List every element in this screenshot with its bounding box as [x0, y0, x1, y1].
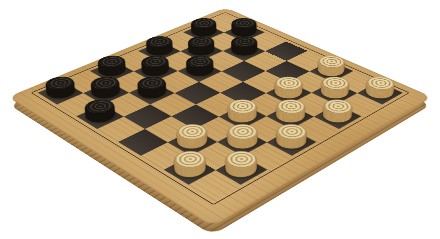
piece-side: [93, 60, 130, 77]
piece-side: [181, 57, 218, 74]
piece-side: [270, 75, 308, 94]
piece-side: [93, 55, 130, 72]
checker-black[interactable]: [94, 62, 130, 79]
piece-side: [313, 54, 350, 71]
checker-black[interactable]: [226, 43, 261, 59]
piece-side: [227, 18, 261, 33]
piece-side: [227, 21, 261, 36]
square-r2c0: [161, 32, 203, 51]
piece-top: [137, 53, 174, 70]
square-r4c0: [115, 51, 158, 71]
piece-side: [362, 75, 400, 94]
piece-side: [137, 57, 174, 74]
piece-side: [141, 38, 176, 54]
piece-side: [93, 60, 130, 77]
piece-shadow: [91, 61, 133, 81]
piece-top: [184, 34, 219, 50]
piece-side: [93, 54, 130, 71]
piece-side: [137, 60, 174, 77]
piece-side: [186, 19, 220, 34]
piece-side: [227, 20, 261, 35]
piece-side: [184, 38, 219, 54]
piece-top: [313, 53, 350, 70]
piece-side: [316, 75, 354, 94]
square-14[interactable]: [222, 61, 266, 82]
piece-side: [186, 18, 220, 33]
piece-side: [226, 35, 261, 51]
piece-side: [226, 39, 261, 55]
scene: [0, 0, 440, 239]
piece-side: [141, 36, 176, 52]
piece-top: [186, 16, 220, 31]
checker-black[interactable]: [42, 84, 80, 103]
piece-side: [137, 54, 174, 71]
checker-black[interactable]: [142, 43, 177, 59]
square-1[interactable]: [183, 23, 224, 41]
piece-side: [137, 55, 174, 72]
piece-side: [184, 42, 219, 58]
square-r2c2: [201, 51, 244, 71]
piece-side: [184, 39, 219, 55]
piece-side: [187, 24, 221, 39]
piece-side: [142, 39, 177, 55]
piece-side: [184, 39, 219, 55]
square-r0c4: [287, 51, 330, 71]
piece-side: [313, 55, 350, 72]
piece-side: [184, 35, 219, 51]
square-13[interactable]: [265, 41, 307, 60]
square-5[interactable]: [224, 23, 265, 41]
piece-side: [313, 56, 350, 73]
piece-shadow: [224, 42, 264, 60]
piece-side: [186, 17, 220, 32]
piece-side: [94, 61, 130, 78]
piece-top: [181, 53, 218, 70]
piece-side: [226, 36, 261, 52]
piece-side: [93, 58, 130, 75]
piece-side: [227, 24, 261, 39]
piece-side: [313, 61, 349, 78]
square-r1c3: [244, 51, 287, 71]
piece-side: [181, 61, 217, 78]
piece-side: [313, 60, 350, 77]
piece-side: [186, 20, 220, 35]
square-3[interactable]: [90, 61, 134, 82]
piece-side: [137, 56, 174, 73]
square-r3c3: [199, 71, 244, 93]
square-17[interactable]: [265, 61, 309, 82]
piece-side: [181, 55, 218, 72]
piece-side: [181, 59, 218, 76]
piece-side: [227, 17, 261, 32]
checker-black[interactable]: [187, 25, 221, 40]
piece-side: [226, 42, 261, 58]
piece-side: [181, 58, 218, 75]
piece-top: [227, 16, 261, 31]
square-9[interactable]: [223, 41, 265, 60]
piece-shadow: [135, 61, 177, 81]
piece-side: [187, 23, 221, 38]
checker-black[interactable]: [138, 62, 174, 79]
piece-side: [227, 19, 261, 34]
piece-top: [226, 34, 261, 50]
square-21[interactable]: [309, 61, 353, 82]
piece-side: [227, 22, 261, 37]
piece-side: [93, 55, 130, 72]
piece-side: [226, 38, 261, 54]
piece-shadow: [311, 61, 353, 81]
piece-side: [142, 40, 177, 56]
piece-side: [226, 39, 261, 55]
checker-black[interactable]: [227, 25, 261, 40]
piece-side: [186, 20, 220, 35]
piece-side: [227, 23, 261, 38]
piece-side: [181, 54, 218, 71]
piece-side: [187, 22, 221, 37]
piece-side: [186, 21, 220, 36]
piece-shadow: [139, 42, 179, 60]
checkers-board: [8, 8, 432, 227]
piece-side: [184, 37, 219, 53]
piece-side: [313, 60, 350, 77]
piece-side: [181, 56, 218, 73]
piece-side: [313, 57, 350, 74]
piece-side: [181, 60, 218, 77]
square-r0c0: [204, 15, 244, 32]
grid: [38, 15, 403, 200]
piece-side: [137, 55, 174, 72]
piece-side: [184, 40, 219, 56]
square-2[interactable]: [138, 41, 180, 60]
piece-side: [93, 56, 130, 73]
checker-black[interactable]: [184, 43, 219, 59]
piece-side: [137, 59, 174, 76]
product-photo: [0, 0, 440, 239]
piece-side: [313, 58, 350, 75]
square-29[interactable]: [357, 82, 403, 105]
piece-side: [226, 41, 261, 57]
piece-shadow: [182, 42, 222, 60]
square-r3c1: [158, 51, 201, 71]
square-10[interactable]: [178, 61, 222, 82]
piece-side: [227, 20, 261, 35]
piece-side: [227, 17, 261, 32]
piece-side: [141, 35, 176, 51]
piece-side: [141, 35, 176, 51]
piece-side: [184, 41, 219, 57]
piece-side: [142, 42, 177, 58]
piece-side: [313, 55, 350, 72]
piece-side: [93, 57, 130, 74]
piece-side: [181, 60, 218, 77]
piece-shadow: [184, 23, 223, 40]
square-7[interactable]: [134, 61, 178, 82]
piece-side: [186, 17, 220, 32]
piece-side: [181, 55, 218, 72]
piece-side: [137, 60, 174, 77]
checker-black[interactable]: [181, 62, 217, 79]
square-r1c1: [203, 32, 245, 51]
square-r0c2: [244, 32, 286, 51]
piece-top: [141, 34, 176, 50]
square-6[interactable]: [181, 41, 223, 60]
piece-side: [93, 59, 130, 76]
piece-side: [226, 37, 261, 53]
piece-side: [226, 40, 261, 56]
piece-side: [142, 39, 177, 55]
piece-shadow: [225, 23, 264, 40]
piece-top: [93, 53, 130, 70]
piece-side: [141, 37, 176, 53]
piece-side: [184, 35, 219, 51]
piece-side: [137, 58, 174, 75]
piece-side: [226, 35, 261, 51]
piece-side: [137, 61, 173, 78]
checker-white[interactable]: [313, 62, 349, 79]
piece-shadow: [179, 61, 221, 81]
piece-side: [184, 36, 219, 52]
piece-side: [313, 59, 350, 76]
piece-side: [142, 41, 177, 57]
